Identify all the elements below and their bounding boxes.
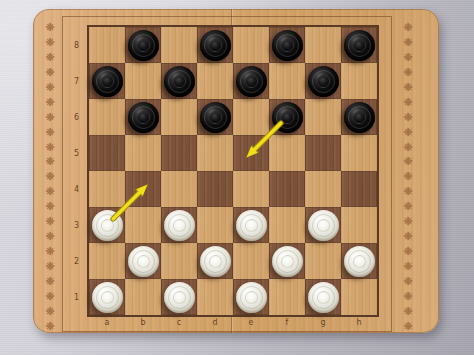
board-square-a8: [89, 27, 125, 63]
playing-grid: [89, 27, 377, 315]
rank-label-7: 7: [67, 63, 86, 99]
board-square-e1: [233, 279, 269, 315]
board-square-b1: [125, 279, 161, 315]
ornament-border-left: ❈❈❈❈❈❈❈❈❈❈❈❈❈❈❈❈❈❈❈❈❈: [41, 22, 59, 332]
ornament-motif-icon: ❈: [45, 127, 54, 138]
rank-labels: 87654321: [67, 27, 86, 315]
board-square-a5: [89, 135, 125, 171]
board-square-d5: [197, 135, 233, 171]
board-square-e2: [233, 243, 269, 279]
ornament-motif-icon: ❈: [45, 82, 54, 93]
ornament-motif-icon: ❈: [403, 112, 412, 123]
board-square-d4: [197, 171, 233, 207]
white-checker-piece-a3: [92, 210, 123, 241]
ornament-motif-icon: ❈: [403, 127, 412, 138]
board-square-c6: [161, 99, 197, 135]
rank-label-5: 5: [67, 135, 86, 171]
board-square-a3: [89, 207, 125, 243]
board-square-e4: [233, 171, 269, 207]
board-square-a2: [89, 243, 125, 279]
ornament-motif-icon: ❈: [45, 306, 54, 317]
board-square-c7: [161, 63, 197, 99]
ornament-motif-icon: ❈: [403, 171, 412, 182]
board-square-d7: [197, 63, 233, 99]
board-square-e8: [233, 27, 269, 63]
board-square-c1: [161, 279, 197, 315]
ornament-motif-icon: ❈: [403, 306, 412, 317]
ornament-motif-icon: ❈: [403, 261, 412, 272]
white-checker-piece-f2: [272, 246, 303, 277]
ornament-motif-icon: ❈: [45, 67, 54, 78]
board-square-f1: [269, 279, 305, 315]
rank-label-4: 4: [67, 171, 86, 207]
ornament-motif-icon: ❈: [403, 22, 412, 33]
rank-label-1: 1: [67, 279, 86, 315]
board-square-h6: [341, 99, 377, 135]
board-square-h2: [341, 243, 377, 279]
ornament-motif-icon: ❈: [403, 291, 412, 302]
file-label-d: d: [197, 316, 233, 329]
board-square-h5: [341, 135, 377, 171]
file-label-a: a: [89, 316, 125, 329]
board-square-g6: [305, 99, 341, 135]
board-square-h7: [341, 63, 377, 99]
ornament-motif-icon: ❈: [403, 97, 412, 108]
ornament-motif-icon: ❈: [45, 112, 54, 123]
board-square-a6: [89, 99, 125, 135]
black-checker-piece-h8: [344, 30, 375, 61]
board-photo-scene: ❈❈❈❈❈❈❈❈❈❈❈❈❈❈❈❈❈❈❈❈❈ ❈❈❈❈❈❈❈❈❈❈❈❈❈❈❈❈❈❈…: [0, 0, 474, 355]
black-checker-piece-b8: [128, 30, 159, 61]
board-square-c8: [161, 27, 197, 63]
board-square-g8: [305, 27, 341, 63]
board-square-d8: [197, 27, 233, 63]
white-checker-piece-c1: [164, 282, 195, 313]
file-label-f: f: [269, 316, 305, 329]
board-square-f8: [269, 27, 305, 63]
board-square-f7: [269, 63, 305, 99]
ornament-motif-icon: ❈: [403, 67, 412, 78]
ornament-motif-icon: ❈: [45, 22, 54, 33]
board-square-d1: [197, 279, 233, 315]
file-label-c: c: [161, 316, 197, 329]
black-checker-piece-e7: [236, 66, 267, 97]
ornament-motif-icon: ❈: [45, 231, 54, 242]
board-square-b6: [125, 99, 161, 135]
board-square-c3: [161, 207, 197, 243]
board-square-f6: [269, 99, 305, 135]
black-checker-piece-f8: [272, 30, 303, 61]
ornament-motif-icon: ❈: [403, 142, 412, 153]
black-checker-piece-a7: [92, 66, 123, 97]
ornament-motif-icon: ❈: [45, 97, 54, 108]
ornament-motif-icon: ❈: [403, 37, 412, 48]
white-checker-piece-g1: [308, 282, 339, 313]
board-square-h1: [341, 279, 377, 315]
ornament-motif-icon: ❈: [45, 171, 54, 182]
black-checker-piece-h6: [344, 102, 375, 133]
board-square-d6: [197, 99, 233, 135]
ornament-motif-icon: ❈: [45, 186, 54, 197]
board-square-g3: [305, 207, 341, 243]
board-square-e5: [233, 135, 269, 171]
white-checker-piece-g3: [308, 210, 339, 241]
board-square-h4: [341, 171, 377, 207]
file-labels: abcdefgh: [89, 316, 377, 329]
black-checker-piece-b6: [128, 102, 159, 133]
ornament-motif-icon: ❈: [403, 231, 412, 242]
ornament-motif-icon: ❈: [45, 201, 54, 212]
black-checker-piece-f6: [272, 102, 303, 133]
rank-label-2: 2: [67, 243, 86, 279]
board-square-f5: [269, 135, 305, 171]
board-square-a1: [89, 279, 125, 315]
white-checker-piece-c3: [164, 210, 195, 241]
board-square-b7: [125, 63, 161, 99]
ornament-motif-icon: ❈: [403, 186, 412, 197]
black-checker-piece-d6: [200, 102, 231, 133]
ornament-motif-icon: ❈: [45, 246, 54, 257]
file-label-h: h: [341, 316, 377, 329]
ornament-motif-icon: ❈: [403, 216, 412, 227]
ornament-motif-icon: ❈: [403, 156, 412, 167]
board-square-g5: [305, 135, 341, 171]
white-checker-piece-h2: [344, 246, 375, 277]
white-checker-piece-e3: [236, 210, 267, 241]
ornament-motif-icon: ❈: [45, 291, 54, 302]
board-square-d3: [197, 207, 233, 243]
board-square-c5: [161, 135, 197, 171]
board-square-e7: [233, 63, 269, 99]
board-square-g2: [305, 243, 341, 279]
board-square-a4: [89, 171, 125, 207]
board-square-b3: [125, 207, 161, 243]
ornament-motif-icon: ❈: [45, 156, 54, 167]
board-square-g1: [305, 279, 341, 315]
ornament-motif-icon: ❈: [403, 321, 412, 332]
board-square-g4: [305, 171, 341, 207]
ornament-motif-icon: ❈: [403, 276, 412, 287]
white-checker-piece-a1: [92, 282, 123, 313]
board-square-f2: [269, 243, 305, 279]
board-square-e3: [233, 207, 269, 243]
board-square-a7: [89, 63, 125, 99]
board-square-b8: [125, 27, 161, 63]
board-square-g7: [305, 63, 341, 99]
white-checker-piece-e1: [236, 282, 267, 313]
ornament-motif-icon: ❈: [45, 52, 54, 63]
ornament-motif-icon: ❈: [403, 246, 412, 257]
board-square-h3: [341, 207, 377, 243]
rank-label-8: 8: [67, 27, 86, 63]
board-square-h8: [341, 27, 377, 63]
ornament-motif-icon: ❈: [45, 261, 54, 272]
ornament-motif-icon: ❈: [403, 82, 412, 93]
white-checker-piece-d2: [200, 246, 231, 277]
white-checker-piece-b2: [128, 246, 159, 277]
board-square-e6: [233, 99, 269, 135]
ornament-motif-icon: ❈: [45, 37, 54, 48]
file-label-b: b: [125, 316, 161, 329]
black-checker-piece-c7: [164, 66, 195, 97]
board-square-f4: [269, 171, 305, 207]
board-square-b4: [125, 171, 161, 207]
ornament-border-right: ❈❈❈❈❈❈❈❈❈❈❈❈❈❈❈❈❈❈❈❈❈: [399, 22, 417, 332]
rank-label-6: 6: [67, 99, 86, 135]
ornament-motif-icon: ❈: [403, 201, 412, 212]
board-square-b2: [125, 243, 161, 279]
file-label-e: e: [233, 316, 269, 329]
board-square-f3: [269, 207, 305, 243]
board-square-c2: [161, 243, 197, 279]
rank-label-3: 3: [67, 207, 86, 243]
board-square-d2: [197, 243, 233, 279]
board-square-c4: [161, 171, 197, 207]
ornament-motif-icon: ❈: [45, 321, 54, 332]
board-square-b5: [125, 135, 161, 171]
ornament-motif-icon: ❈: [403, 52, 412, 63]
ornament-motif-icon: ❈: [45, 276, 54, 287]
black-checker-piece-d8: [200, 30, 231, 61]
ornament-motif-icon: ❈: [45, 142, 54, 153]
black-checker-piece-g7: [308, 66, 339, 97]
ornament-motif-icon: ❈: [45, 216, 54, 227]
file-label-g: g: [305, 316, 341, 329]
